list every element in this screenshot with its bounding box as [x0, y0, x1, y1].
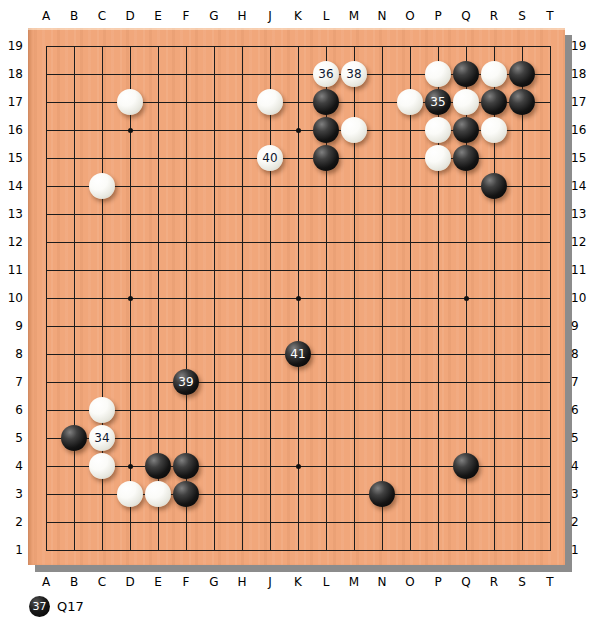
stone-black-Q15	[453, 145, 479, 171]
col-label-bottom-M: M	[349, 575, 359, 589]
row-label-right-9: 9	[571, 319, 579, 333]
stone-black-N3	[369, 481, 395, 507]
stone-white-E3	[145, 481, 171, 507]
row-label-left-1: 1	[0, 543, 23, 557]
row-label-left-7: 7	[0, 375, 23, 389]
row-label-left-17: 17	[0, 95, 23, 109]
row-label-right-6: 6	[571, 403, 579, 417]
col-label-bottom-O: O	[405, 575, 414, 589]
stone-black-R17	[481, 89, 507, 115]
star-point-K4	[296, 464, 301, 469]
grid-hline-9	[46, 326, 551, 327]
col-label-top-O: O	[405, 9, 414, 23]
col-label-bottom-D: D	[125, 575, 134, 589]
star-point-Q10	[464, 296, 469, 301]
col-label-bottom-R: R	[490, 575, 498, 589]
col-label-bottom-L: L	[323, 575, 330, 589]
grid-hline-6	[46, 410, 551, 411]
stone-white-C5: 34	[89, 425, 115, 451]
col-label-top-L: L	[323, 9, 330, 23]
stone-white-C4	[89, 453, 115, 479]
stone-black-L17	[313, 89, 339, 115]
stone-black-S18	[509, 61, 535, 87]
col-label-bottom-A: A	[42, 575, 50, 589]
row-label-right-7: 7	[571, 375, 579, 389]
row-label-right-12: 12	[571, 235, 586, 249]
grid-hline-1	[46, 550, 551, 551]
col-label-bottom-F: F	[183, 575, 190, 589]
stone-black-Q4	[453, 453, 479, 479]
row-label-right-3: 3	[571, 487, 579, 501]
col-label-top-G: G	[209, 9, 218, 23]
col-label-bottom-P: P	[434, 575, 441, 589]
stone-black-F4	[173, 453, 199, 479]
row-label-left-13: 13	[0, 207, 23, 221]
stone-move-number: 41	[290, 348, 305, 360]
stone-white-Q17	[453, 89, 479, 115]
stone-white-R16	[481, 117, 507, 143]
stone-white-P18	[425, 61, 451, 87]
col-label-bottom-T: T	[546, 575, 553, 589]
col-label-top-D: D	[125, 9, 134, 23]
col-label-bottom-S: S	[518, 575, 526, 589]
col-label-bottom-G: G	[209, 575, 218, 589]
star-point-K10	[296, 296, 301, 301]
col-label-top-M: M	[349, 9, 359, 23]
stone-black-L16	[313, 117, 339, 143]
row-label-right-4: 4	[571, 459, 579, 473]
row-label-left-16: 16	[0, 123, 23, 137]
col-label-top-A: A	[42, 9, 50, 23]
row-label-left-11: 11	[0, 263, 23, 277]
row-label-left-6: 6	[0, 403, 23, 417]
stone-white-J17	[257, 89, 283, 115]
stone-white-J15: 40	[257, 145, 283, 171]
col-label-top-J: J	[268, 9, 272, 23]
row-label-right-5: 5	[571, 431, 579, 445]
col-label-bottom-K: K	[294, 575, 302, 589]
col-label-top-T: T	[546, 9, 553, 23]
row-label-right-19: 19	[571, 39, 586, 53]
row-label-right-18: 18	[571, 67, 586, 81]
caption-black-stone-icon: 37	[29, 596, 50, 617]
row-label-right-10: 10	[571, 291, 586, 305]
grid-hline-7	[46, 382, 551, 383]
stone-black-R14	[481, 173, 507, 199]
star-point-K16	[296, 128, 301, 133]
stone-white-C6	[89, 397, 115, 423]
stone-black-F7: 39	[173, 369, 199, 395]
col-label-bottom-C: C	[98, 575, 106, 589]
col-label-bottom-Q: Q	[461, 575, 470, 589]
col-label-bottom-E: E	[154, 575, 162, 589]
stone-white-D3	[117, 481, 143, 507]
row-label-right-11: 11	[571, 263, 586, 277]
stone-white-P16	[425, 117, 451, 143]
col-label-top-H: H	[237, 9, 246, 23]
row-label-left-10: 10	[0, 291, 23, 305]
row-label-left-12: 12	[0, 235, 23, 249]
stone-white-P15	[425, 145, 451, 171]
grid-hline-5	[46, 438, 551, 439]
stone-white-D17	[117, 89, 143, 115]
row-label-left-8: 8	[0, 347, 23, 361]
col-label-top-E: E	[154, 9, 162, 23]
grid-vline-O	[410, 46, 411, 551]
stone-black-L15	[313, 145, 339, 171]
star-point-D4	[128, 464, 133, 469]
row-label-right-2: 2	[571, 515, 579, 529]
row-label-left-2: 2	[0, 515, 23, 529]
row-label-right-8: 8	[571, 347, 579, 361]
stone-black-E4	[145, 453, 171, 479]
col-label-top-S: S	[518, 9, 526, 23]
stone-move-number: 39	[178, 376, 193, 388]
col-label-bottom-B: B	[70, 575, 78, 589]
row-label-right-16: 16	[571, 123, 586, 137]
caption-move-number: 37	[33, 601, 47, 612]
stone-black-S17	[509, 89, 535, 115]
col-label-top-B: B	[70, 9, 78, 23]
col-label-bottom-J: J	[268, 575, 272, 589]
row-label-left-3: 3	[0, 487, 23, 501]
stone-white-L18: 36	[313, 61, 339, 87]
go-board[interactable]: 36383540413934	[28, 28, 565, 565]
stone-black-F3	[173, 481, 199, 507]
grid-vline-T	[550, 46, 551, 551]
stone-white-C14	[89, 173, 115, 199]
col-label-top-K: K	[294, 9, 302, 23]
row-label-right-14: 14	[571, 179, 586, 193]
col-label-top-N: N	[378, 9, 387, 23]
stone-black-Q16	[453, 117, 479, 143]
stone-white-M18: 38	[341, 61, 367, 87]
row-label-right-13: 13	[571, 207, 586, 221]
grid-vline-S	[522, 46, 523, 551]
row-label-left-14: 14	[0, 179, 23, 193]
stone-white-R18	[481, 61, 507, 87]
row-label-right-17: 17	[571, 95, 586, 109]
stone-black-B5	[61, 425, 87, 451]
col-label-top-C: C	[98, 9, 106, 23]
move-caption: 37 Q17	[29, 595, 84, 617]
row-label-left-5: 5	[0, 431, 23, 445]
stone-white-M16	[341, 117, 367, 143]
row-label-left-18: 18	[0, 67, 23, 81]
stone-move-number: 34	[94, 432, 109, 444]
stone-black-Q18	[453, 61, 479, 87]
row-label-left-15: 15	[0, 151, 23, 165]
star-point-D16	[128, 128, 133, 133]
star-point-D10	[128, 296, 133, 301]
stone-black-K8: 41	[285, 341, 311, 367]
row-label-left-9: 9	[0, 319, 23, 333]
stone-move-number: 36	[318, 68, 333, 80]
grid-vline-N	[382, 46, 383, 551]
stone-move-number: 40	[262, 152, 277, 164]
stone-black-P17: 35	[425, 89, 451, 115]
go-kifu-diagram: 36383540413934 AABBCCDDEEFFGGHHJJKKLLMMN…	[0, 0, 600, 635]
col-label-top-R: R	[490, 9, 498, 23]
stone-move-number: 35	[430, 96, 445, 108]
col-label-top-F: F	[183, 9, 190, 23]
stone-move-number: 38	[346, 68, 361, 80]
stone-white-O17	[397, 89, 423, 115]
row-label-left-4: 4	[0, 459, 23, 473]
col-label-top-P: P	[434, 9, 441, 23]
caption-location: Q17	[57, 599, 84, 614]
row-label-right-1: 1	[571, 543, 579, 557]
row-label-right-15: 15	[571, 151, 586, 165]
col-label-top-Q: Q	[461, 9, 470, 23]
col-label-bottom-H: H	[237, 575, 246, 589]
grid-hline-2	[46, 522, 551, 523]
col-label-bottom-N: N	[378, 575, 387, 589]
row-label-left-19: 19	[0, 39, 23, 53]
